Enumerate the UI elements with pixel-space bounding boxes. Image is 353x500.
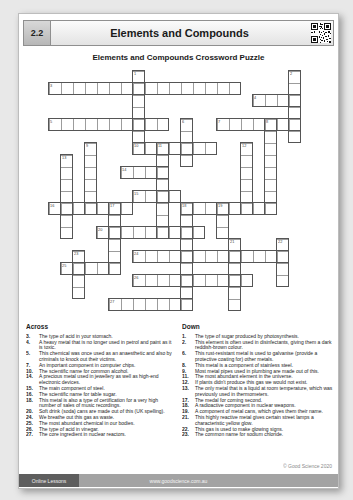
clue-across-4: 4.A heavy metal that is no longer used i… <box>26 339 174 351</box>
footer-bar: www.goodscience.com.au Online Lessons <box>19 474 338 487</box>
clue-number-15: 15 <box>134 192 138 196</box>
clue-across-14: 14.A precious metal used in jewellery as… <box>26 374 174 386</box>
clue-number-1: 1 <box>134 72 136 76</box>
clue-text: This metal is also a type of certificati… <box>39 397 174 409</box>
clue-text: A precious metal used in jewellery as we… <box>39 374 174 386</box>
word-11-down <box>156 142 169 239</box>
word-22-down <box>276 238 289 287</box>
word-9-down <box>84 142 97 215</box>
clue-num: 14. <box>26 374 39 386</box>
word-1-down <box>132 70 145 155</box>
word-12-down <box>240 142 253 215</box>
clue-text: The core ingredient in nuclear reactors. <box>39 432 174 438</box>
word-13-down <box>60 154 73 239</box>
word-5-across <box>48 118 169 131</box>
clue-number-14: 14 <box>122 168 126 172</box>
word-24-across <box>132 250 289 263</box>
clue-num: 6. <box>182 350 195 362</box>
crossword-grid: 3457101415161820242526271268911121317192… <box>48 70 301 311</box>
clue-number-9: 9 <box>86 144 88 148</box>
clue-num: 21. <box>182 414 195 426</box>
clue-text: This rust-resistant metal is used to gal… <box>195 350 334 362</box>
worksheet: 2.2 Elements and Compounds <box>18 13 339 489</box>
clue-number-12: 12 <box>242 144 246 148</box>
clue-number-11: 11 <box>158 144 162 148</box>
clue-number-22: 22 <box>278 240 282 244</box>
worksheet-header: 2.2 Elements and Compounds <box>23 20 334 46</box>
clue-num: 23. <box>182 432 195 438</box>
clue-number-13: 13 <box>62 156 66 160</box>
word-23-down <box>72 250 85 299</box>
clue-text: This highly reactive metal gives certain… <box>195 414 334 426</box>
word-17-down <box>108 202 121 275</box>
clue-number-8: 8 <box>266 120 268 124</box>
clue-text: A heavy metal that is no longer used in … <box>39 339 174 351</box>
clue-text: The common name for sodium chloride. <box>195 432 334 438</box>
clue-num: 27. <box>26 432 39 438</box>
clue-num: 13. <box>182 385 195 397</box>
down-clue-list: 1.The type of sugar produced by photosyn… <box>182 333 334 437</box>
clue-number-25: 25 <box>62 264 66 268</box>
clue-number-16: 16 <box>50 204 54 208</box>
qr-code-icon <box>311 23 331 43</box>
clue-num: 18. <box>26 397 39 409</box>
clue-number-26: 26 <box>134 276 138 280</box>
clue-num: 5. <box>26 350 39 362</box>
clue-number-6: 6 <box>182 120 184 124</box>
down-clues: Down 1.The type of sugar produced by pho… <box>182 323 334 437</box>
clue-number-3: 3 <box>50 84 52 88</box>
clue-number-17: 17 <box>110 204 114 208</box>
clue-number-24: 24 <box>134 252 138 256</box>
word-6-down <box>180 118 193 167</box>
clue-down-2: 2.This element is often used in disinfec… <box>182 339 334 351</box>
clue-number-20: 20 <box>98 228 102 232</box>
clue-down-23: 23.The common name for sodium chloride. <box>182 432 334 438</box>
clue-number-21: 21 <box>230 240 234 244</box>
clue-text: This element is often used in disinfecta… <box>195 339 334 351</box>
puzzle-title: Elements and Compounds Crossword Puzzle <box>19 53 338 62</box>
clue-text: This chemical was once used as an anaest… <box>39 350 174 362</box>
across-clue-list: 3.The type of acid in your stomach.4.A h… <box>26 333 174 437</box>
footer-tab: Online Lessons <box>19 474 79 487</box>
clue-number-4: 4 <box>254 96 256 100</box>
word-21-down <box>228 238 241 311</box>
word-8-down <box>264 118 277 215</box>
clue-num: 2. <box>182 339 195 351</box>
clue-down-13: 13.The only metal that is a liquid at ro… <box>182 385 334 397</box>
clue-down-6: 6.This rust-resistant metal is used to g… <box>182 350 334 362</box>
copyright-text: © Good Science 2020 <box>283 463 332 469</box>
clue-number-7: 7 <box>218 120 220 124</box>
clue-number-23: 23 <box>74 252 78 256</box>
clue-across-27: 27.The core ingredient in nuclear reacto… <box>26 432 174 438</box>
clue-across-18: 18.This metal is also a type of certific… <box>26 397 174 409</box>
clue-num: 4. <box>26 339 39 351</box>
worksheet-title: Elements and Compounds <box>52 21 307 45</box>
down-header: Down <box>182 323 334 331</box>
clue-across-5: 5.This chemical was once used as an anae… <box>26 350 174 362</box>
clue-number-19: 19 <box>218 204 222 208</box>
clue-text: The only metal that is a liquid at room … <box>195 385 334 397</box>
clue-number-2: 2 <box>290 72 292 76</box>
across-header: Across <box>26 323 174 331</box>
clue-down-21: 21.This highly reactive metal gives cert… <box>182 414 334 426</box>
across-clues: Across 3.The type of acid in your stomac… <box>26 323 174 437</box>
clue-number-5: 5 <box>50 120 52 124</box>
clue-number-27: 27 <box>110 300 114 304</box>
word-2-down <box>288 70 301 143</box>
section-code: 2.2 <box>24 21 51 45</box>
word-18-down <box>180 202 193 311</box>
